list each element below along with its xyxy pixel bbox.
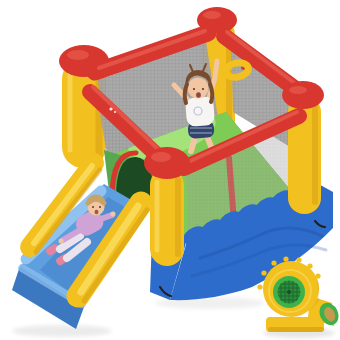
mouth (95, 210, 99, 215)
product-image (0, 0, 340, 340)
screw (261, 270, 266, 275)
screw (315, 273, 320, 278)
logo-mark (109, 107, 112, 110)
screw (257, 284, 262, 289)
eye (92, 206, 94, 208)
grille-hub (287, 290, 291, 294)
eye (99, 206, 101, 208)
logo-mark (114, 111, 116, 113)
post-cap (144, 147, 190, 179)
cap-highlight (151, 152, 171, 162)
blower-base-shade (268, 327, 324, 332)
mouth (196, 92, 201, 98)
post-cap (282, 81, 324, 109)
screw (271, 260, 276, 265)
eye (193, 88, 195, 90)
cap-highlight (203, 11, 221, 19)
cap-highlight (67, 50, 89, 60)
screw (283, 256, 288, 261)
cap-highlight (289, 86, 307, 94)
bounce-house-scene (0, 0, 340, 340)
hand (111, 212, 116, 217)
slide-shadow (12, 325, 112, 337)
screw (296, 257, 301, 262)
eye (202, 88, 204, 90)
screw (307, 263, 312, 268)
hand (59, 239, 64, 244)
right-post (282, 81, 324, 214)
